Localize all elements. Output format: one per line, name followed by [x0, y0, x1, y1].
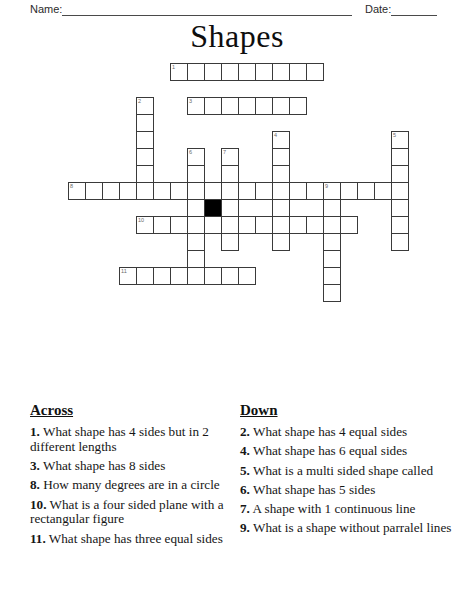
grid-cell[interactable]	[238, 216, 256, 234]
grid-cell[interactable]	[221, 233, 239, 251]
grid-cell[interactable]	[289, 63, 307, 81]
grid-cell[interactable]	[221, 165, 239, 183]
grid-cell[interactable]	[340, 182, 358, 200]
clue-number: 11	[120, 268, 136, 274]
grid-cell[interactable]: 6	[187, 148, 205, 166]
date-label: Date:	[365, 3, 391, 15]
clue-item: 1. What shape has 4 sides but in 2 diffe…	[30, 425, 236, 455]
clue-number: 10	[137, 217, 153, 223]
grid-cell[interactable]	[306, 182, 324, 200]
grid-cell[interactable]	[221, 216, 239, 234]
grid-cell[interactable]	[289, 182, 307, 200]
grid-cell[interactable]	[272, 233, 290, 251]
grid-cell[interactable]	[136, 267, 154, 285]
grid-cell[interactable]	[255, 216, 273, 234]
grid-cell[interactable]	[306, 216, 324, 234]
across-clue-list: 1. What shape has 4 sides but in 2 diffe…	[30, 425, 236, 546]
clue-item: 10. What is a four sided plane with a re…	[30, 498, 236, 528]
grid-cell[interactable]	[323, 233, 341, 251]
grid-cell[interactable]	[272, 165, 290, 183]
grid-cell[interactable]	[391, 233, 409, 251]
grid-cell[interactable]	[187, 63, 205, 81]
across-heading: Across	[30, 402, 236, 419]
clue-item: 8. How many degrees are in a circle	[30, 478, 236, 493]
crossword-grid[interactable]: 1234567891011	[68, 63, 409, 302]
grid-cell[interactable]: 2	[136, 97, 154, 115]
grid-cell[interactable]	[187, 250, 205, 268]
grid-cell[interactable]	[153, 216, 171, 234]
grid-cell[interactable]: 10	[136, 216, 154, 234]
across-clues-section: Across 1. What shape has 4 sides but in …	[30, 402, 236, 551]
grid-cell[interactable]	[187, 199, 205, 217]
grid-cell[interactable]	[323, 250, 341, 268]
name-blank-line[interactable]	[62, 4, 352, 16]
grid-cell[interactable]	[136, 131, 154, 149]
grid-cell[interactable]: 5	[391, 131, 409, 149]
grid-cell[interactable]	[170, 267, 188, 285]
grid-cell[interactable]	[136, 148, 154, 166]
grid-cell[interactable]	[391, 165, 409, 183]
name-label: Name:	[30, 3, 62, 15]
grid-cell[interactable]	[187, 216, 205, 234]
grid-cell[interactable]	[153, 267, 171, 285]
grid-cell[interactable]	[238, 63, 256, 81]
grid-cell[interactable]	[323, 199, 341, 217]
clue-number: 1	[171, 64, 187, 70]
grid-cell[interactable]	[272, 199, 290, 217]
grid-cell[interactable]	[391, 216, 409, 234]
clue-item: 2. What shape has 4 equal sides	[240, 425, 453, 440]
grid-cell[interactable]: 4	[272, 131, 290, 149]
worksheet-page: Name: Date: Shapes 1234567891011 Across …	[0, 0, 474, 613]
clue-number: 2	[137, 98, 153, 104]
grid-cell[interactable]	[221, 182, 239, 200]
grid-cell[interactable]	[170, 182, 188, 200]
grid-cell[interactable]	[204, 97, 222, 115]
grid-cell[interactable]	[255, 63, 273, 81]
grid-cell[interactable]	[136, 182, 154, 200]
grid-cell[interactable]	[221, 199, 239, 217]
grid-cell[interactable]: 7	[221, 148, 239, 166]
clue-item: 7. A shape with 1 continuous line	[240, 502, 453, 517]
grid-cell[interactable]	[272, 63, 290, 81]
grid-cell[interactable]	[221, 97, 239, 115]
grid-cell[interactable]: 9	[323, 182, 341, 200]
grid-cell[interactable]	[221, 267, 239, 285]
grid-cell[interactable]	[391, 199, 409, 217]
grid-cell[interactable]	[306, 63, 324, 81]
black-cell	[204, 199, 222, 217]
grid-cell[interactable]	[289, 216, 307, 234]
grid-cell[interactable]	[204, 63, 222, 81]
grid-cell[interactable]	[255, 97, 273, 115]
grid-cell[interactable]	[323, 267, 341, 285]
grid-cell[interactable]	[204, 267, 222, 285]
grid-cell[interactable]: 1	[170, 63, 188, 81]
page-title: Shapes	[0, 18, 474, 55]
grid-cell[interactable]	[119, 182, 137, 200]
grid-cell[interactable]: 11	[119, 267, 137, 285]
down-clues-section: Down 2. What shape has 4 equal sides4. W…	[240, 402, 453, 541]
clue-number: 5	[392, 132, 408, 138]
clue-number: 9	[324, 183, 340, 189]
clue-item: 9. What is a shape without parralel line…	[240, 521, 453, 536]
clue-item: 4. What shape has 6 equal sides	[240, 444, 453, 459]
grid-cell[interactable]	[323, 284, 341, 302]
clue-number: 4	[273, 132, 289, 138]
grid-cell[interactable]	[255, 182, 273, 200]
grid-cell[interactable]	[187, 267, 205, 285]
clue-number: 7	[222, 149, 238, 155]
clue-item: 11. What shape has three equal sides	[30, 532, 236, 547]
grid-cell[interactable]	[187, 165, 205, 183]
grid-cell[interactable]	[187, 182, 205, 200]
clue-item: 6. What shape has 5 sides	[240, 483, 453, 498]
down-heading: Down	[240, 402, 453, 419]
grid-cell[interactable]	[187, 233, 205, 251]
grid-cell[interactable]	[391, 182, 409, 200]
grid-cell[interactable]	[272, 97, 290, 115]
grid-cell[interactable]	[323, 216, 341, 234]
clue-number: 3	[188, 98, 204, 104]
grid-cell[interactable]	[272, 148, 290, 166]
grid-cell[interactable]	[238, 182, 256, 200]
grid-cell[interactable]	[204, 182, 222, 200]
clue-number: 6	[188, 149, 204, 155]
grid-cell[interactable]: 8	[68, 182, 86, 200]
grid-cell[interactable]	[221, 63, 239, 81]
clue-item: 5. What is a multi sided shape called	[240, 464, 453, 479]
grid-cell[interactable]	[153, 182, 171, 200]
grid-cell[interactable]	[272, 182, 290, 200]
grid-cell[interactable]	[374, 182, 392, 200]
grid-cell[interactable]	[102, 182, 120, 200]
grid-cell[interactable]	[272, 216, 290, 234]
clue-number: 8	[69, 183, 85, 189]
grid-cell[interactable]	[170, 216, 188, 234]
down-clue-list: 2. What shape has 4 equal sides4. What s…	[240, 425, 453, 536]
date-blank-line[interactable]	[391, 4, 437, 16]
grid-cell[interactable]	[85, 182, 103, 200]
grid-cell[interactable]	[136, 165, 154, 183]
grid-cell[interactable]	[340, 216, 358, 234]
grid-cell[interactable]: 3	[187, 97, 205, 115]
grid-cell[interactable]	[136, 114, 154, 132]
grid-cell[interactable]	[204, 216, 222, 234]
grid-cell[interactable]	[238, 97, 256, 115]
grid-cell[interactable]	[238, 267, 256, 285]
grid-cell[interactable]	[391, 148, 409, 166]
clue-item: 3. What shape has 8 sides	[30, 459, 236, 474]
grid-cell[interactable]	[357, 182, 375, 200]
grid-cell[interactable]	[289, 97, 307, 115]
